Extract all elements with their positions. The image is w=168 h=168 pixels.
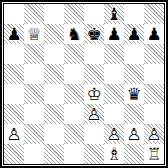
square-h8	[144, 4, 164, 24]
square-a2: ♙	[4, 124, 24, 144]
piece-black-pawn: ♟	[6, 24, 21, 44]
chess-diagram: ♝♟♕♞♚♟♟♟♔♛♙♙♙♙♙♗♖	[0, 0, 168, 168]
square-h1: ♖	[144, 144, 164, 164]
square-e6	[84, 44, 104, 64]
piece-white-pawn: ♙	[106, 124, 121, 144]
square-h3	[144, 104, 164, 124]
square-g6	[124, 44, 144, 64]
square-g4: ♛	[124, 84, 144, 104]
square-f6	[104, 44, 124, 64]
square-a5	[4, 64, 24, 84]
piece-white-pawn: ♙	[6, 124, 21, 144]
piece-black-pawn: ♟	[146, 24, 161, 44]
square-a3	[4, 104, 24, 124]
square-e3: ♙	[84, 104, 104, 124]
square-c8	[44, 4, 64, 24]
square-e5	[84, 64, 104, 84]
square-a4	[4, 84, 24, 104]
square-c7	[44, 24, 64, 44]
square-a1	[4, 144, 24, 164]
piece-white-pawn: ♙	[86, 104, 101, 124]
square-c1	[44, 144, 64, 164]
square-e1	[84, 144, 104, 164]
square-b3	[24, 104, 44, 124]
square-a8	[4, 4, 24, 24]
square-c5	[44, 64, 64, 84]
square-f5	[104, 64, 124, 84]
square-d7: ♞	[64, 24, 84, 44]
square-c4	[44, 84, 64, 104]
square-h4	[144, 84, 164, 104]
square-c3	[44, 104, 64, 124]
piece-white-pawn: ♙	[126, 124, 141, 144]
square-b4	[24, 84, 44, 104]
square-d5	[64, 64, 84, 84]
square-d3	[64, 104, 84, 124]
square-b6	[24, 44, 44, 64]
square-h7: ♟	[144, 24, 164, 44]
piece-white-king: ♔	[86, 84, 101, 104]
square-h2: ♙	[144, 124, 164, 144]
square-g7: ♟	[124, 24, 144, 44]
square-d6	[64, 44, 84, 64]
square-h6	[144, 44, 164, 64]
piece-white-bishop: ♗	[106, 144, 121, 164]
chess-board: ♝♟♕♞♚♟♟♟♔♛♙♙♙♙♙♗♖	[4, 4, 164, 164]
square-b8	[24, 4, 44, 24]
square-b1	[24, 144, 44, 164]
piece-white-rook: ♖	[146, 144, 161, 164]
square-f4	[104, 84, 124, 104]
piece-black-pawn: ♟	[106, 24, 121, 44]
square-e7: ♚	[84, 24, 104, 44]
square-g1	[124, 144, 144, 164]
square-b7: ♕	[24, 24, 44, 44]
board-inner-border: ♝♟♕♞♚♟♟♟♔♛♙♙♙♙♙♗♖	[3, 3, 165, 165]
piece-black-queen: ♛	[126, 84, 141, 104]
square-d2	[64, 124, 84, 144]
square-h5	[144, 64, 164, 84]
piece-black-king: ♚	[86, 24, 101, 44]
board-outer-border: ♝♟♕♞♚♟♟♟♔♛♙♙♙♙♙♗♖	[0, 0, 168, 168]
square-b5	[24, 64, 44, 84]
square-g2: ♙	[124, 124, 144, 144]
square-g3	[124, 104, 144, 124]
square-a6	[4, 44, 24, 64]
square-c6	[44, 44, 64, 64]
square-f2: ♙	[104, 124, 124, 144]
piece-black-knight: ♞	[66, 24, 81, 44]
square-d1	[64, 144, 84, 164]
square-g5	[124, 64, 144, 84]
square-d4	[64, 84, 84, 104]
square-a7: ♟	[4, 24, 24, 44]
square-g8	[124, 4, 144, 24]
square-e4: ♔	[84, 84, 104, 104]
square-d8	[64, 4, 84, 24]
piece-black-pawn: ♟	[126, 24, 141, 44]
square-c2	[44, 124, 64, 144]
square-f7: ♟	[104, 24, 124, 44]
square-f8: ♝	[104, 4, 124, 24]
square-f3	[104, 104, 124, 124]
square-e2	[84, 124, 104, 144]
square-e8	[84, 4, 104, 24]
piece-black-bishop: ♝	[106, 4, 121, 24]
piece-white-pawn: ♙	[146, 124, 161, 144]
square-f1: ♗	[104, 144, 124, 164]
square-b2	[24, 124, 44, 144]
piece-white-queen: ♕	[26, 24, 41, 44]
